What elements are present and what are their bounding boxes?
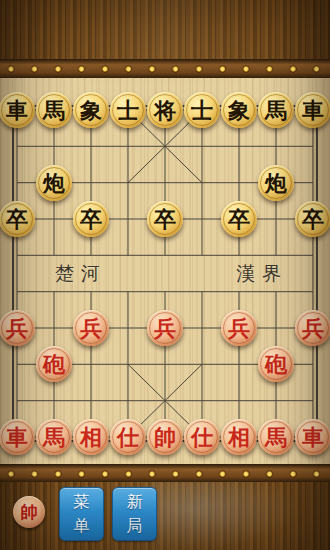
piece-bc-r2c1[interactable]: 炮 <box>36 165 72 201</box>
piece-bb-r0c2[interactable]: 象 <box>73 92 109 128</box>
xiangqi-board[interactable]: 楚河 漢界 車馬象士将士象馬車炮炮卒卒卒卒卒兵兵兵兵兵砲砲車馬相仕帥仕相馬車 <box>0 78 330 465</box>
piece-ba-r0c3[interactable]: 士 <box>110 92 146 128</box>
piece-ra-r9c3[interactable]: 仕 <box>110 419 146 455</box>
piece-rp-r6c2[interactable]: 兵 <box>73 310 109 346</box>
piece-rr-r9c0[interactable]: 車 <box>0 419 35 455</box>
piece-ra-r9c5[interactable]: 仕 <box>184 419 220 455</box>
wood-highlight <box>150 482 300 550</box>
bottom-toolbar: 帥 菜单 新局 <box>0 482 330 550</box>
piece-bp-r3c6[interactable]: 卒 <box>221 201 257 237</box>
piece-rp-r6c8[interactable]: 兵 <box>295 310 330 346</box>
new-game-button[interactable]: 新局 <box>112 487 157 541</box>
top-rail-studs <box>0 59 330 78</box>
piece-rp-r6c4[interactable]: 兵 <box>147 310 183 346</box>
piece-br-r0c8[interactable]: 車 <box>295 92 330 128</box>
piece-bp-r3c2[interactable]: 卒 <box>73 201 109 237</box>
piece-bn-r0c1[interactable]: 馬 <box>36 92 72 128</box>
piece-bp-r3c8[interactable]: 卒 <box>295 201 330 237</box>
xiangqi-app: 楚河 漢界 車馬象士将士象馬車炮炮卒卒卒卒卒兵兵兵兵兵砲砲車馬相仕帥仕相馬車 帥… <box>0 0 330 550</box>
piece-rb-r9c6[interactable]: 相 <box>221 419 257 455</box>
piece-rn-r9c7[interactable]: 馬 <box>258 419 294 455</box>
piece-rr-r9c8[interactable]: 車 <box>295 419 330 455</box>
piece-br-r0c0[interactable]: 車 <box>0 92 35 128</box>
piece-rn-r9c1[interactable]: 馬 <box>36 419 72 455</box>
piece-bk-r0c4[interactable]: 将 <box>147 92 183 128</box>
piece-bp-r3c4[interactable]: 卒 <box>147 201 183 237</box>
red-general-side-indicator-icon: 帥 <box>13 496 45 528</box>
river-label-chu-he: 楚河 <box>55 261 107 287</box>
menu-button[interactable]: 菜单 <box>59 487 104 541</box>
piece-rp-r6c0[interactable]: 兵 <box>0 310 35 346</box>
new-game-button-label: 新局 <box>126 490 144 538</box>
piece-ba-r0c5[interactable]: 士 <box>184 92 220 128</box>
piece-rb-r9c2[interactable]: 相 <box>73 419 109 455</box>
piece-bp-r3c0[interactable]: 卒 <box>0 201 35 237</box>
bottom-rail-studs <box>0 464 330 482</box>
river-label-han-jie: 漢界 <box>236 261 288 287</box>
piece-rk-r9c4[interactable]: 帥 <box>147 419 183 455</box>
piece-bn-r0c7[interactable]: 馬 <box>258 92 294 128</box>
menu-button-label: 菜单 <box>73 490 91 538</box>
piece-bb-r0c6[interactable]: 象 <box>221 92 257 128</box>
piece-rp-r6c6[interactable]: 兵 <box>221 310 257 346</box>
piece-bc-r2c7[interactable]: 炮 <box>258 165 294 201</box>
